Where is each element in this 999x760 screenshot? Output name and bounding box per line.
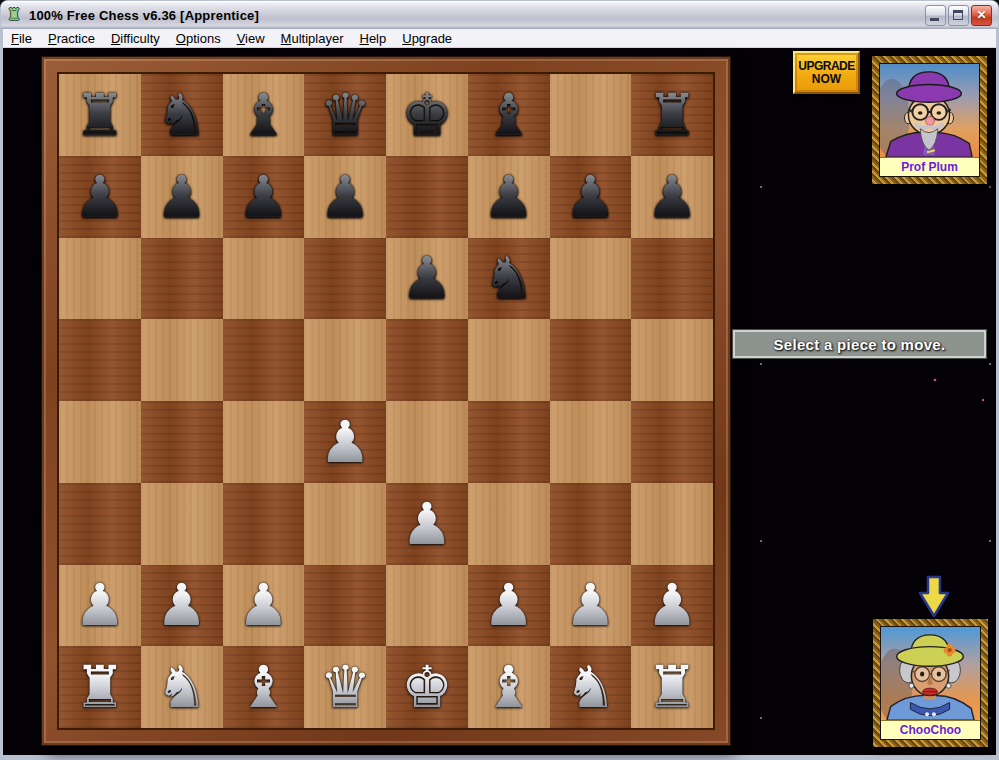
square-g8[interactable] (550, 74, 632, 156)
square-c1[interactable]: ♝ (223, 646, 305, 728)
piece-black-pawn: ♟ (386, 238, 468, 320)
menu-item-practice[interactable]: Practice (40, 30, 103, 47)
square-f6[interactable]: ♞ (468, 238, 550, 320)
piece-black-queen: ♛ (304, 74, 386, 156)
square-f1[interactable]: ♝ (468, 646, 550, 728)
square-c7[interactable]: ♟ (223, 156, 305, 238)
square-b5[interactable] (141, 319, 223, 401)
square-d3[interactable] (304, 483, 386, 565)
menu-item-multiplayer[interactable]: Multiplayer (273, 30, 352, 47)
close-button[interactable] (971, 5, 992, 26)
square-d2[interactable] (304, 565, 386, 647)
piece-black-bishop: ♝ (468, 74, 550, 156)
square-e3[interactable]: ♟ (386, 483, 468, 565)
square-h4[interactable] (631, 401, 713, 483)
piece-white-pawn: ♟ (386, 483, 468, 565)
square-f3[interactable] (468, 483, 550, 565)
piece-black-pawn: ♟ (468, 156, 550, 238)
piece-white-bishop: ♝ (468, 646, 550, 728)
square-c6[interactable] (223, 238, 305, 320)
square-b7[interactable]: ♟ (141, 156, 223, 238)
square-a1[interactable]: ♜ (59, 646, 141, 728)
piece-white-pawn: ♟ (468, 565, 550, 647)
piece-white-pawn: ♟ (223, 565, 305, 647)
square-e1[interactable]: ♚ (386, 646, 468, 728)
menu-item-upgrade[interactable]: Upgrade (394, 30, 460, 47)
square-h2[interactable]: ♟ (631, 565, 713, 647)
window-controls (925, 5, 998, 26)
board-frame: ♜♞♝♛♚♝♜♟♟♟♟♟♟♟♟♞♟♟♟♟♟♟♟♟♜♞♝♛♚♝♞♜ (42, 57, 730, 745)
green-rook-icon (7, 6, 25, 24)
player-name-top: Prof Plum (880, 157, 979, 176)
square-g2[interactable]: ♟ (550, 565, 632, 647)
minimize-button[interactable] (925, 5, 946, 26)
piece-black-pawn: ♟ (550, 156, 632, 238)
menu-item-view[interactable]: View (229, 30, 273, 47)
square-b8[interactable]: ♞ (141, 74, 223, 156)
upgrade-label-line1: UPGRADE (798, 60, 855, 73)
menu-item-options[interactable]: Options (168, 30, 229, 47)
square-f2[interactable]: ♟ (468, 565, 550, 647)
piece-white-rook: ♜ (59, 646, 141, 728)
piece-white-pawn: ♟ (550, 565, 632, 647)
piece-white-bishop: ♝ (223, 646, 305, 728)
piece-black-pawn: ♟ (59, 156, 141, 238)
title-bar[interactable]: 100% Free Chess v6.36 [Apprentice] (1, 1, 998, 29)
square-c3[interactable] (223, 483, 305, 565)
square-b1[interactable]: ♞ (141, 646, 223, 728)
square-g5[interactable] (550, 319, 632, 401)
choochoo-portrait (881, 627, 980, 720)
square-d5[interactable] (304, 319, 386, 401)
square-g6[interactable] (550, 238, 632, 320)
yellow-down-arrow-icon (917, 575, 951, 619)
square-a2[interactable]: ♟ (59, 565, 141, 647)
piece-white-pawn: ♟ (304, 401, 386, 483)
maximize-button[interactable] (948, 5, 969, 26)
square-b6[interactable] (141, 238, 223, 320)
square-g7[interactable]: ♟ (550, 156, 632, 238)
player-avatar-top: Prof Plum (871, 55, 988, 185)
square-g1[interactable]: ♞ (550, 646, 632, 728)
square-a4[interactable] (59, 401, 141, 483)
upgrade-label-line2: NOW (812, 73, 841, 86)
square-h3[interactable] (631, 483, 713, 565)
window-title: 100% Free Chess v6.36 [Apprentice] (29, 8, 259, 23)
piece-white-pawn: ♟ (59, 565, 141, 647)
square-d1[interactable]: ♛ (304, 646, 386, 728)
square-c5[interactable] (223, 319, 305, 401)
square-f8[interactable]: ♝ (468, 74, 550, 156)
square-c8[interactable]: ♝ (223, 74, 305, 156)
piece-black-pawn: ♟ (223, 156, 305, 238)
piece-black-bishop: ♝ (223, 74, 305, 156)
square-e8[interactable]: ♚ (386, 74, 468, 156)
piece-white-knight: ♞ (141, 646, 223, 728)
square-e2[interactable] (386, 565, 468, 647)
piece-black-king: ♚ (386, 74, 468, 156)
piece-black-rook: ♜ (59, 74, 141, 156)
square-c4[interactable] (223, 401, 305, 483)
piece-black-pawn: ♟ (631, 156, 713, 238)
client-area: ♜♞♝♛♚♝♜♟♟♟♟♟♟♟♟♞♟♟♟♟♟♟♟♟♜♞♝♛♚♝♞♜ UPGRADE… (3, 48, 996, 755)
piece-white-rook: ♜ (631, 646, 713, 728)
menu-item-difficulty[interactable]: Difficulty (103, 30, 168, 47)
status-message-box: Select a piece to move. (733, 330, 986, 358)
piece-black-knight: ♞ (468, 238, 550, 320)
upgrade-now-button[interactable]: UPGRADE NOW (793, 51, 860, 94)
square-h7[interactable]: ♟ (631, 156, 713, 238)
square-h8[interactable]: ♜ (631, 74, 713, 156)
piece-black-pawn: ♟ (141, 156, 223, 238)
square-d7[interactable]: ♟ (304, 156, 386, 238)
square-h1[interactable]: ♜ (631, 646, 713, 728)
menu-bar: FilePracticeDifficultyOptionsViewMultipl… (3, 29, 996, 48)
square-e4[interactable] (386, 401, 468, 483)
menu-item-file[interactable]: File (3, 30, 40, 47)
square-g4[interactable] (550, 401, 632, 483)
square-c2[interactable]: ♟ (223, 565, 305, 647)
prof-plum-portrait (880, 64, 979, 157)
square-e5[interactable] (386, 319, 468, 401)
square-f4[interactable] (468, 401, 550, 483)
piece-black-pawn: ♟ (304, 156, 386, 238)
square-a8[interactable]: ♜ (59, 74, 141, 156)
menu-item-help[interactable]: Help (351, 30, 394, 47)
square-a6[interactable] (59, 238, 141, 320)
square-f7[interactable]: ♟ (468, 156, 550, 238)
piece-black-knight: ♞ (141, 74, 223, 156)
player-avatar-bottom: ChooChoo (872, 618, 989, 748)
square-e7[interactable] (386, 156, 468, 238)
square-b4[interactable] (141, 401, 223, 483)
player-name-bottom: ChooChoo (881, 720, 980, 739)
status-message-text: Select a piece to move. (774, 336, 946, 353)
square-a7[interactable]: ♟ (59, 156, 141, 238)
square-b3[interactable] (141, 483, 223, 565)
square-d8[interactable]: ♛ (304, 74, 386, 156)
piece-white-knight: ♞ (550, 646, 632, 728)
piece-white-queen: ♛ (304, 646, 386, 728)
square-a3[interactable] (59, 483, 141, 565)
app-window: 100% Free Chess v6.36 [Apprentice] FileP… (0, 0, 999, 760)
piece-black-rook: ♜ (631, 74, 713, 156)
square-f5[interactable] (468, 319, 550, 401)
square-g3[interactable] (550, 483, 632, 565)
square-d4[interactable]: ♟ (304, 401, 386, 483)
square-a5[interactable] (59, 319, 141, 401)
square-h5[interactable] (631, 319, 713, 401)
square-e6[interactable]: ♟ (386, 238, 468, 320)
square-b2[interactable]: ♟ (141, 565, 223, 647)
piece-white-pawn: ♟ (141, 565, 223, 647)
square-d6[interactable] (304, 238, 386, 320)
board: ♜♞♝♛♚♝♜♟♟♟♟♟♟♟♟♞♟♟♟♟♟♟♟♟♜♞♝♛♚♝♞♜ (59, 74, 713, 728)
piece-white-pawn: ♟ (631, 565, 713, 647)
square-h6[interactable] (631, 238, 713, 320)
piece-white-king: ♚ (386, 646, 468, 728)
